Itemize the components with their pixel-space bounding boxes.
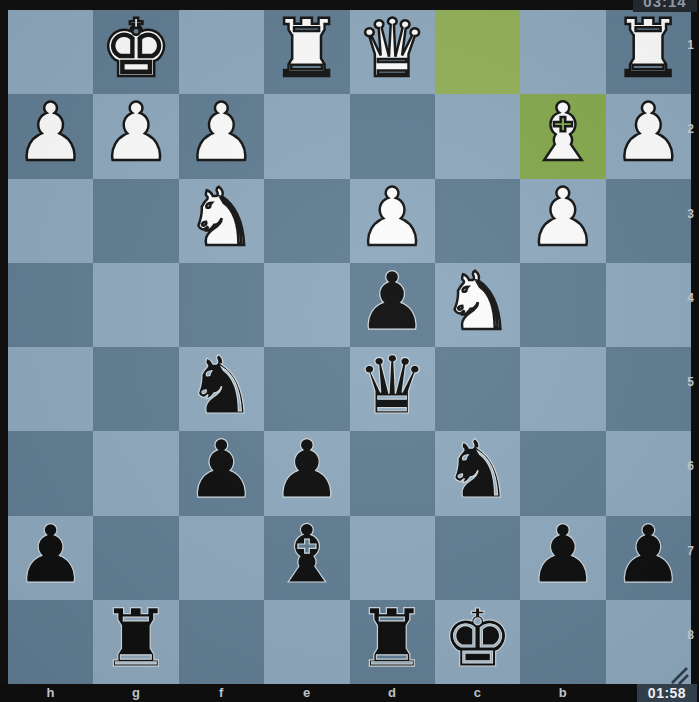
square-h5[interactable]	[8, 347, 93, 431]
piece-black-pawn-a7[interactable]: ♟	[612, 515, 684, 595]
square-d2[interactable]	[350, 94, 435, 178]
square-d6[interactable]	[350, 431, 435, 515]
square-c5[interactable]	[435, 347, 520, 431]
file-label-g: g	[93, 684, 178, 702]
square-f8[interactable]	[179, 600, 264, 684]
square-g1[interactable]: ♚	[93, 10, 178, 94]
piece-black-king-c8[interactable]: ♚	[442, 599, 514, 679]
piece-black-rook-d8[interactable]: ♜	[356, 599, 428, 679]
square-g3[interactable]	[93, 179, 178, 263]
rank-label-2: 2	[683, 122, 698, 136]
square-g5[interactable]	[93, 347, 178, 431]
square-a4[interactable]	[606, 263, 691, 347]
square-f1[interactable]	[179, 10, 264, 94]
square-e7[interactable]: ♝	[264, 516, 349, 600]
square-h6[interactable]	[8, 431, 93, 515]
player-clock-time: 01:58	[648, 685, 686, 701]
rank-label-3: 3	[683, 207, 698, 221]
piece-black-pawn-e6[interactable]: ♟	[271, 430, 343, 510]
rank-label-7: 7	[683, 544, 698, 558]
square-a7[interactable]: ♟	[606, 516, 691, 600]
square-b6[interactable]	[520, 431, 605, 515]
square-b2[interactable]: ♝	[520, 94, 605, 178]
opponent-clock-time: 03:14	[633, 0, 697, 10]
piece-white-pawn-f2[interactable]: ♟	[186, 93, 258, 173]
square-f7[interactable]	[179, 516, 264, 600]
file-label-b: b	[520, 684, 605, 702]
rank-label-6: 6	[683, 459, 698, 473]
resize-grip-icon[interactable]	[666, 662, 690, 686]
square-b4[interactable]	[520, 263, 605, 347]
piece-white-pawn-a2[interactable]: ♟	[612, 93, 684, 173]
square-d7[interactable]	[350, 516, 435, 600]
square-a1[interactable]: ♜	[606, 10, 691, 94]
square-e6[interactable]: ♟	[264, 431, 349, 515]
piece-white-rook-a1[interactable]: ♜	[612, 9, 684, 89]
square-c3[interactable]	[435, 179, 520, 263]
square-d4[interactable]: ♟	[350, 263, 435, 347]
rank-label-1: 1	[683, 38, 698, 52]
square-g4[interactable]	[93, 263, 178, 347]
square-d1[interactable]: ♛	[350, 10, 435, 94]
piece-black-knight-f5[interactable]: ♞	[186, 346, 258, 426]
chess-board[interactable]: ♚♜♛♜♟♟♟♝♟♞♟♟♟♞♞♛♟♟♞♟♝♟♟♜♜♚	[8, 10, 691, 684]
square-b3[interactable]: ♟	[520, 179, 605, 263]
file-label-f: f	[179, 684, 264, 702]
piece-white-rook-e1[interactable]: ♜	[271, 9, 343, 89]
file-label-c: c	[435, 684, 520, 702]
square-b7[interactable]: ♟	[520, 516, 605, 600]
square-b8[interactable]	[520, 600, 605, 684]
piece-white-pawn-g2[interactable]: ♟	[100, 93, 172, 173]
square-c1[interactable]	[435, 10, 520, 94]
right-coordinate-strip	[691, 0, 699, 702]
piece-white-knight-c4[interactable]: ♞	[442, 262, 514, 342]
square-e2[interactable]	[264, 94, 349, 178]
square-h4[interactable]	[8, 263, 93, 347]
piece-black-pawn-d4[interactable]: ♟	[356, 262, 428, 342]
piece-black-queen-d5[interactable]: ♛	[356, 346, 428, 426]
piece-white-queen-d1[interactable]: ♛	[356, 9, 428, 89]
square-h1[interactable]	[8, 10, 93, 94]
player-clock: 01:58	[637, 684, 697, 702]
piece-white-knight-f3[interactable]: ♞	[186, 178, 258, 258]
square-g6[interactable]	[93, 431, 178, 515]
square-b1[interactable]	[520, 10, 605, 94]
square-f3[interactable]: ♞	[179, 179, 264, 263]
square-c2[interactable]	[435, 94, 520, 178]
square-a2[interactable]: ♟	[606, 94, 691, 178]
piece-white-king-g1[interactable]: ♚	[100, 9, 172, 89]
rank-label-4: 4	[683, 291, 698, 305]
square-d5[interactable]: ♛	[350, 347, 435, 431]
square-h2[interactable]: ♟	[8, 94, 93, 178]
piece-black-pawn-f6[interactable]: ♟	[186, 430, 258, 510]
piece-black-bishop-e7[interactable]: ♝	[271, 515, 343, 595]
square-c4[interactable]: ♞	[435, 263, 520, 347]
square-e5[interactable]	[264, 347, 349, 431]
square-f4[interactable]	[179, 263, 264, 347]
square-g2[interactable]: ♟	[93, 94, 178, 178]
square-c7[interactable]	[435, 516, 520, 600]
rank-label-8: 8	[683, 628, 698, 642]
piece-white-bishop-b2[interactable]: ♝	[527, 93, 599, 173]
piece-white-pawn-h2[interactable]: ♟	[15, 93, 87, 173]
square-h3[interactable]	[8, 179, 93, 263]
square-b5[interactable]	[520, 347, 605, 431]
piece-black-knight-c6[interactable]: ♞	[442, 430, 514, 510]
file-label-h: h	[8, 684, 93, 702]
square-h7[interactable]: ♟	[8, 516, 93, 600]
square-c8[interactable]: ♚	[435, 600, 520, 684]
file-label-d: d	[350, 684, 435, 702]
square-g7[interactable]	[93, 516, 178, 600]
square-f6[interactable]: ♟	[179, 431, 264, 515]
piece-black-pawn-b7[interactable]: ♟	[527, 515, 599, 595]
piece-black-rook-g8[interactable]: ♜	[100, 599, 172, 679]
square-e4[interactable]	[264, 263, 349, 347]
square-f2[interactable]: ♟	[179, 94, 264, 178]
square-d8[interactable]: ♜	[350, 600, 435, 684]
square-g8[interactable]: ♜	[93, 600, 178, 684]
file-label-e: e	[264, 684, 349, 702]
square-e3[interactable]	[264, 179, 349, 263]
square-h8[interactable]	[8, 600, 93, 684]
square-a3[interactable]	[606, 179, 691, 263]
square-e1[interactable]: ♜	[264, 10, 349, 94]
piece-white-pawn-d3[interactable]: ♟	[356, 178, 428, 258]
square-c6[interactable]: ♞	[435, 431, 520, 515]
square-e8[interactable]	[264, 600, 349, 684]
chess-app-window: { "game": "chess", "position": { "fen": …	[0, 0, 699, 702]
piece-black-pawn-h7[interactable]: ♟	[15, 515, 87, 595]
square-f5[interactable]: ♞	[179, 347, 264, 431]
square-a5[interactable]	[606, 347, 691, 431]
square-d3[interactable]: ♟	[350, 179, 435, 263]
rank-label-5: 5	[683, 375, 698, 389]
piece-white-pawn-b3[interactable]: ♟	[527, 178, 599, 258]
opponent-clock: 03:14	[633, 0, 697, 12]
square-a6[interactable]	[606, 431, 691, 515]
